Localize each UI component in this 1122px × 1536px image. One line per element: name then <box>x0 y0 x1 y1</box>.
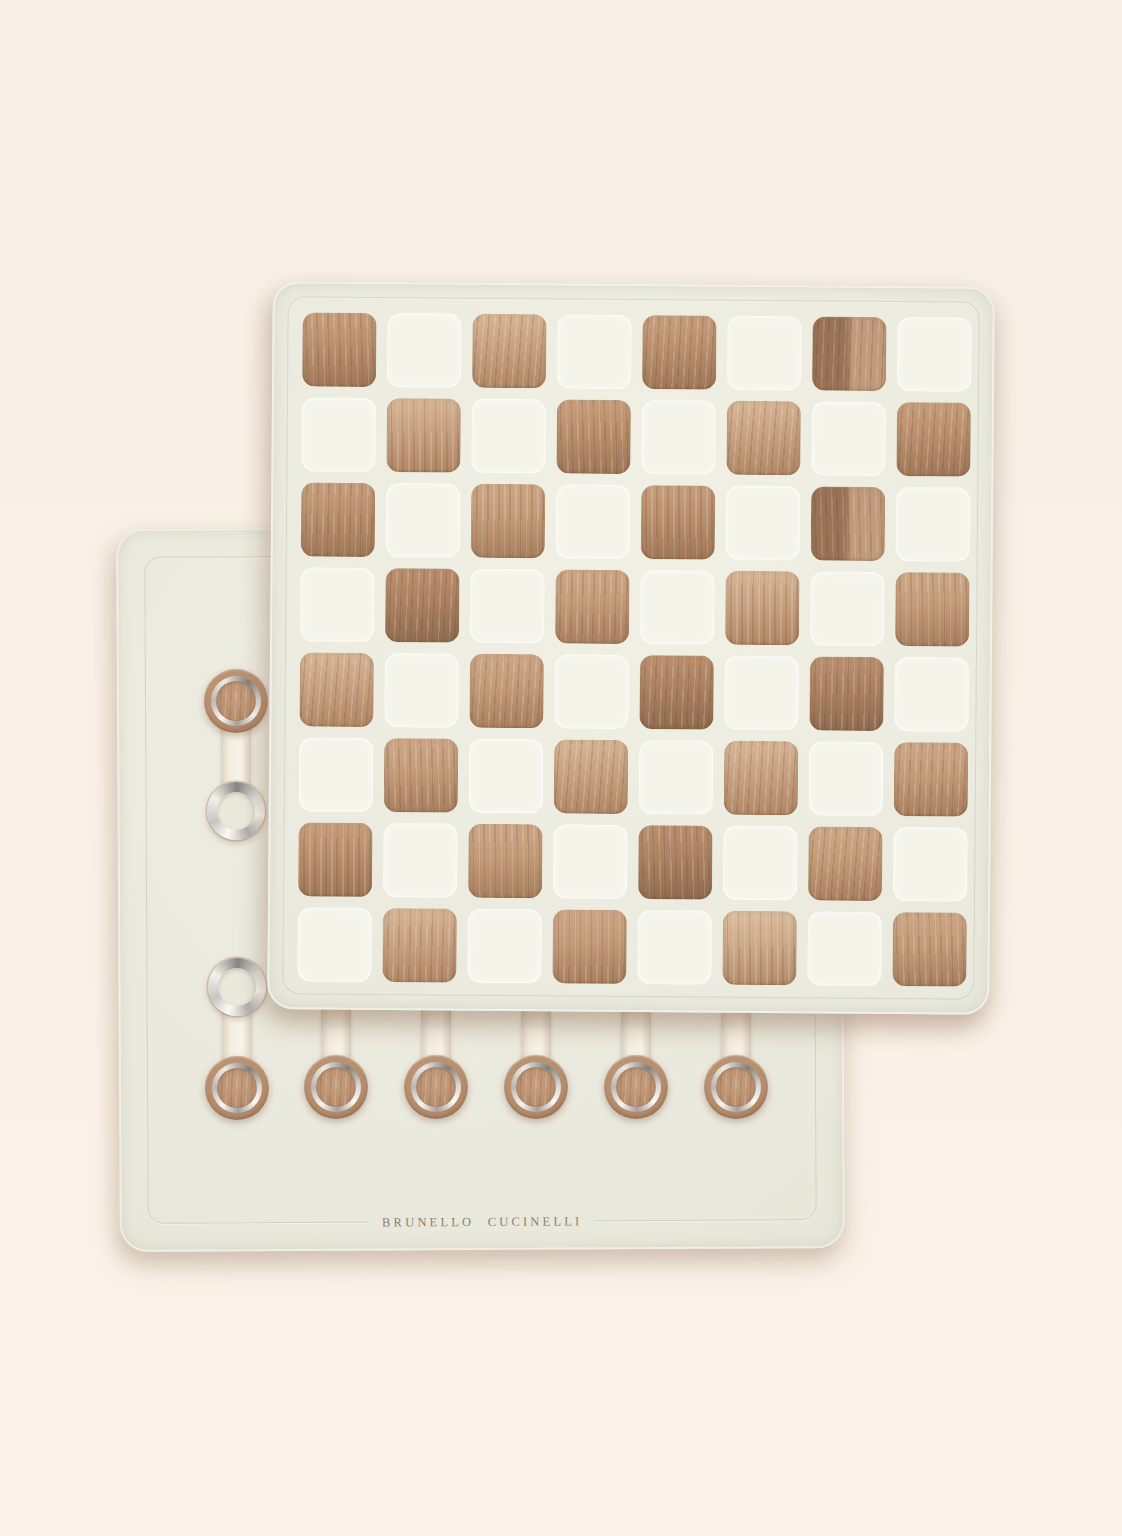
square-d4-cream <box>554 654 629 729</box>
square-g1-cream <box>807 911 882 986</box>
square-a5-cream <box>300 567 375 642</box>
square-a2-wood <box>298 822 373 897</box>
square-e3-cream <box>639 740 714 815</box>
piece-wood-core <box>416 1067 456 1107</box>
square-h6-cream <box>896 487 971 562</box>
square-e1-cream <box>637 910 712 985</box>
piece-silver-ring-inlay <box>711 1062 761 1112</box>
square-g6-wood <box>811 486 886 561</box>
checkerboard-grid <box>297 312 971 986</box>
square-h5-wood <box>895 572 970 647</box>
square-d7-wood <box>556 399 631 474</box>
square-d3-wood <box>554 739 629 814</box>
checkers-piece-wood-disc <box>304 1055 368 1119</box>
square-e4-wood <box>639 655 714 730</box>
piece-wood-core <box>216 681 256 721</box>
checkers-piece-wood-disc <box>704 1055 768 1119</box>
square-b5-wood <box>385 568 460 643</box>
square-g5-cream <box>810 571 885 646</box>
square-e6-wood <box>641 485 716 560</box>
square-h1-wood <box>892 912 967 987</box>
square-g7-cream <box>811 401 886 476</box>
square-a4-wood <box>299 652 374 727</box>
square-c8-wood <box>472 314 547 389</box>
square-a3-cream <box>299 737 374 812</box>
square-a8-wood <box>302 312 377 387</box>
piece-wood-core <box>716 1067 756 1107</box>
square-g3-cream <box>809 741 884 816</box>
square-g2-wood <box>808 826 883 901</box>
checkers-piece-wood-disc <box>604 1055 668 1119</box>
square-h3-wood <box>894 742 969 817</box>
square-c1-cream <box>467 909 542 984</box>
checkers-piece-wood-disc <box>204 669 268 733</box>
square-g8-wood <box>812 316 887 391</box>
square-a6-wood <box>301 482 376 557</box>
piece-silver-ring-inlay <box>212 1063 262 1113</box>
square-f4-cream <box>724 656 799 731</box>
square-c4-wood <box>469 654 544 729</box>
square-e7-cream <box>641 400 716 475</box>
piece-silver-ring-inlay <box>311 1062 361 1112</box>
square-b6-cream <box>386 483 461 558</box>
square-h8-cream <box>897 317 972 392</box>
piece-wood-core <box>616 1067 656 1107</box>
square-c5-cream <box>470 569 545 644</box>
square-g4-wood <box>809 656 884 731</box>
square-b7-wood <box>386 398 461 473</box>
product-photo-stage: BRUNELLO CUCINELLI <box>0 0 1122 1536</box>
square-d8-cream <box>557 314 632 389</box>
piece-silver-ring-inlay <box>211 676 261 726</box>
piece-silver-ring-inlay <box>511 1062 561 1112</box>
brand-wordmark-text: BRUNELLO CUCINELLI <box>370 1214 594 1229</box>
square-d2-cream <box>553 824 628 899</box>
square-a1-cream <box>297 907 372 982</box>
square-f7-wood <box>726 401 801 476</box>
square-d1-wood <box>552 909 627 984</box>
square-f2-cream <box>723 826 798 901</box>
checkers-piece-wood-disc <box>504 1055 568 1119</box>
square-a7-cream <box>301 397 376 472</box>
piece-wood-core <box>217 1068 257 1108</box>
square-e2-wood <box>638 825 713 900</box>
piece-wood-core <box>516 1067 556 1107</box>
square-f5-wood <box>725 571 800 646</box>
square-b4-cream <box>384 653 459 728</box>
square-b3-wood <box>384 738 459 813</box>
square-f6-cream <box>726 486 801 561</box>
square-h2-cream <box>893 827 968 902</box>
checkerboard <box>267 281 995 1015</box>
square-c6-wood <box>471 484 546 559</box>
square-f3-wood <box>724 741 799 816</box>
square-c3-cream <box>469 739 544 814</box>
square-c7-cream <box>471 399 546 474</box>
piece-silver-ring-inlay <box>611 1062 661 1112</box>
piece-wood-core <box>316 1067 356 1107</box>
checkers-piece-wood-disc <box>205 1056 269 1120</box>
square-b2-cream <box>383 823 458 898</box>
square-c2-wood <box>468 824 543 899</box>
brand-wordmark: BRUNELLO CUCINELLI <box>120 1213 845 1231</box>
empty-piece-slot-silver-ring <box>207 782 265 840</box>
square-e5-cream <box>640 570 715 645</box>
square-b1-wood <box>382 908 457 983</box>
square-d6-cream <box>556 484 631 559</box>
ring-hole <box>218 968 256 1006</box>
square-h4-cream <box>894 657 969 732</box>
piece-silver-ring-inlay <box>411 1062 461 1112</box>
square-f1-wood <box>722 911 797 986</box>
ring-hole <box>217 792 255 830</box>
square-d5-wood <box>555 569 630 644</box>
square-e8-wood <box>642 315 717 390</box>
square-h7-wood <box>896 402 971 477</box>
square-f8-cream <box>727 316 802 391</box>
empty-piece-slot-silver-ring <box>208 958 266 1016</box>
square-b8-cream <box>387 313 462 388</box>
checkers-piece-wood-disc <box>404 1055 468 1119</box>
